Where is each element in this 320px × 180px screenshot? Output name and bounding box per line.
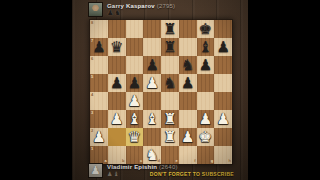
pawn-avatar-icon: ♟ [91,165,101,176]
white-pawn-f2[interactable]: ♟ [181,130,194,145]
square-b7[interactable]: ♛ [108,38,126,56]
black-bishop-g7[interactable]: ♝ [199,40,212,55]
square-g2[interactable]: ♚ [197,128,215,146]
bottom-captured-bishop-icon: ♝ [113,170,119,177]
square-g8[interactable]: ♚ [197,20,215,38]
black-pawn-f5[interactable]: ♟ [181,76,194,91]
square-a3[interactable]: 3 [90,110,108,128]
square-e2[interactable]: ♜ [161,128,179,146]
square-a4[interactable]: 4 [90,92,108,110]
square-a1[interactable]: 1a [90,146,108,164]
file-label-c: c [140,159,142,163]
square-d2[interactable] [143,128,161,146]
top-captured-tray: ♟♞ [107,10,122,17]
square-g6[interactable]: ♟ [197,56,215,74]
bottom-captured-tray: ♟♝ [107,171,120,177]
black-pawn-d6[interactable]: ♟ [145,58,158,73]
square-c2[interactable]: ♛ [126,128,144,146]
square-b1[interactable]: b [108,146,126,164]
square-e1[interactable]: e [161,146,179,164]
square-c3[interactable]: ♝ [126,110,144,128]
square-c4[interactable]: ♟ [126,92,144,110]
square-f2[interactable]: ♟ [179,128,197,146]
black-pawn-b5[interactable]: ♟ [110,76,123,91]
rank-label-1: 1 [91,147,93,151]
square-d6[interactable]: ♟ [143,56,161,74]
rank-label-6: 6 [91,57,93,61]
square-g3[interactable]: ♟ [197,110,215,128]
white-pawn-h3[interactable]: ♟ [216,112,229,127]
black-knight-f6[interactable]: ♞ [181,58,194,73]
square-d3[interactable]: ♝ [143,110,161,128]
top-player-rating: (2795) [157,3,176,9]
black-pawn-h7[interactable]: ♟ [216,40,229,55]
white-bishop-d3[interactable]: ♝ [145,112,158,127]
bottom-player-avatar: ♟ [88,163,103,178]
square-b4[interactable] [108,92,126,110]
black-rook-e8[interactable]: ♜ [163,22,176,37]
square-h4[interactable] [214,92,232,110]
square-c5[interactable]: ♟ [126,74,144,92]
square-e8[interactable]: ♜ [161,20,179,38]
file-label-h: h [229,159,231,163]
file-label-g: g [211,159,213,163]
chess-board[interactable]: 8♜♚7♟♛♜♝♟6♟♞♟5♟♟♟♞♟4♟3♟♝♝♜♟♟2♟♛♜♟♚1abcd♞… [89,19,233,165]
square-g4[interactable] [197,92,215,110]
square-f5[interactable]: ♟ [179,74,197,92]
white-pawn-c4[interactable]: ♟ [128,94,141,109]
black-king-g8[interactable]: ♚ [199,22,212,37]
square-a5[interactable]: 5 [90,74,108,92]
white-pawn-a2[interactable]: ♟ [92,130,105,145]
square-a6[interactable]: 6 [90,56,108,74]
square-h7[interactable]: ♟ [214,38,232,56]
square-h2[interactable] [214,128,232,146]
file-label-b: b [122,159,124,163]
square-d1[interactable]: d♞ [143,146,161,164]
square-e5[interactable]: ♞ [161,74,179,92]
square-c6[interactable] [126,56,144,74]
square-a7[interactable]: 7♟ [90,38,108,56]
white-knight-d1[interactable]: ♞ [145,148,158,163]
rank-label-4: 4 [91,93,93,97]
subscribe-banner: DON'T FORGET TO SUBSCRIBE [150,171,234,177]
black-knight-e5[interactable]: ♞ [163,76,176,91]
black-rook-e7[interactable]: ♜ [163,40,176,55]
square-f1[interactable]: f [179,146,197,164]
square-b5[interactable]: ♟ [108,74,126,92]
square-b8[interactable] [108,20,126,38]
square-f3[interactable] [179,110,197,128]
square-e4[interactable] [161,92,179,110]
white-rook-e3[interactable]: ♜ [163,112,176,127]
white-bishop-c3[interactable]: ♝ [128,112,141,127]
square-b2[interactable] [108,128,126,146]
file-label-f: f [194,159,195,163]
square-d7[interactable] [143,38,161,56]
black-pawn-g6[interactable]: ♟ [199,58,212,73]
rank-label-5: 5 [91,75,93,79]
white-pawn-g3[interactable]: ♟ [199,112,212,127]
square-c1[interactable]: c [126,146,144,164]
square-f4[interactable] [179,92,197,110]
square-g7[interactable]: ♝ [197,38,215,56]
white-rook-e2[interactable]: ♜ [163,130,176,145]
square-h1[interactable]: h [214,146,232,164]
square-g1[interactable]: g [197,146,215,164]
square-f7[interactable] [179,38,197,56]
rank-label-8: 8 [91,21,93,25]
top-captured-knight-icon: ♞ [114,9,121,17]
square-a2[interactable]: 2♟ [90,128,108,146]
square-e6[interactable] [161,56,179,74]
square-c8[interactable] [126,20,144,38]
square-f6[interactable]: ♞ [179,56,197,74]
bottom-player-rating: (2640) [159,164,178,170]
white-pawn-d5[interactable]: ♟ [145,76,158,91]
square-b3[interactable]: ♟ [108,110,126,128]
app-content: Garry Kasparov (2795) ♟♞ 8♜♚7♟♛♜♝♟6♟♞♟5♟… [72,0,248,180]
square-e7[interactable]: ♜ [161,38,179,56]
square-d8[interactable] [143,20,161,38]
top-player-avatar [88,2,103,17]
black-queen-b7[interactable]: ♛ [110,40,123,55]
square-b6[interactable] [108,56,126,74]
black-pawn-a7[interactable]: ♟ [92,40,105,55]
square-e3[interactable]: ♜ [161,110,179,128]
square-h5[interactable] [214,74,232,92]
square-h8[interactable] [214,20,232,38]
square-a8[interactable]: 8 [90,20,108,38]
square-h6[interactable] [214,56,232,74]
rank-label-3: 3 [91,111,93,115]
black-pawn-c5[interactable]: ♟ [128,76,141,91]
white-pawn-b3[interactable]: ♟ [110,112,123,127]
white-king-g2[interactable]: ♚ [199,130,212,145]
square-f8[interactable] [179,20,197,38]
square-d4[interactable] [143,92,161,110]
square-d5[interactable]: ♟ [143,74,161,92]
white-queen-c2[interactable]: ♛ [128,130,141,145]
square-g5[interactable] [197,74,215,92]
video-frame: { "game": "chess", "position": { "fen": … [0,0,320,180]
square-c7[interactable] [126,38,144,56]
square-h3[interactable]: ♟ [214,110,232,128]
file-label-a: a [105,159,107,163]
file-label-e: e [176,159,178,163]
